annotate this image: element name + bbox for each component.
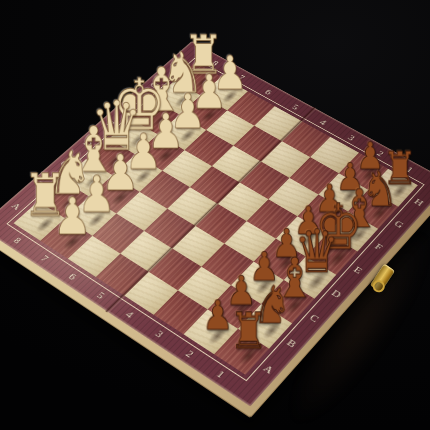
dark-rook-icon: ♜: [229, 306, 267, 356]
light-pawn-icon: ♟: [53, 191, 92, 242]
photo-scene: Angled product photo of an open folding …: [0, 0, 430, 430]
